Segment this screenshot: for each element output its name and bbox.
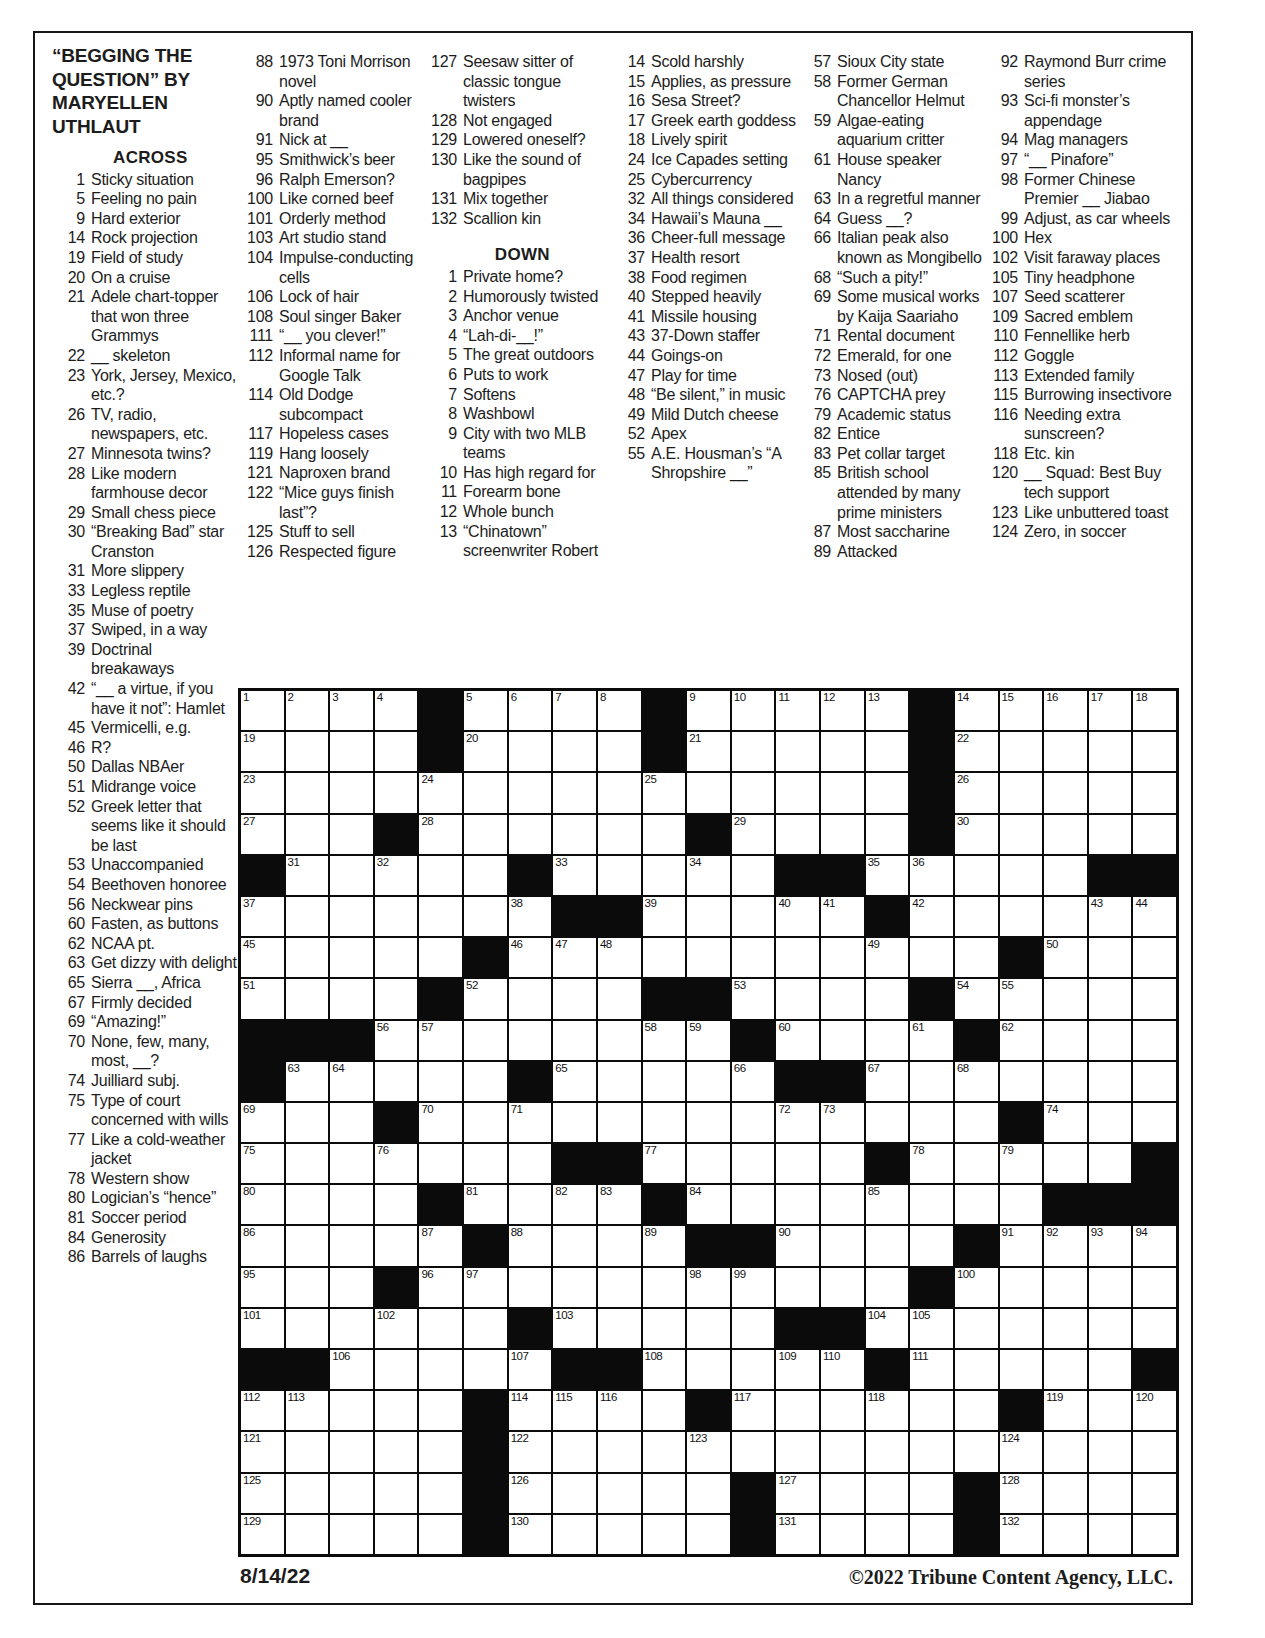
grid-cell[interactable]: 75 [241,1144,284,1183]
grid-cell[interactable] [509,1144,552,1183]
grid-cell[interactable] [955,856,998,895]
grid-cell[interactable] [1089,1268,1132,1307]
grid-cell[interactable] [1000,815,1043,854]
grid-cell[interactable]: 128 [1000,1474,1043,1513]
grid-cell[interactable] [1133,1103,1176,1142]
grid-cell[interactable]: 59 [687,1021,730,1060]
grid-cell[interactable] [1089,1432,1132,1471]
grid-cell[interactable] [866,1226,909,1265]
grid-cell[interactable] [955,1432,998,1471]
grid-cell[interactable] [866,1268,909,1307]
grid-cell[interactable] [955,897,998,936]
grid-cell[interactable] [419,1391,462,1430]
grid-cell[interactable] [1044,1474,1087,1513]
grid-cell[interactable]: 82 [553,1185,596,1224]
grid-cell[interactable] [955,1309,998,1348]
grid-cell[interactable]: 79 [1000,1144,1043,1183]
grid-cell[interactable]: 84 [687,1185,730,1224]
grid-cell[interactable]: 41 [821,897,864,936]
grid-cell[interactable] [553,1515,596,1554]
grid-cell[interactable] [375,1350,418,1389]
grid-cell[interactable] [866,1103,909,1142]
grid-cell[interactable]: 30 [955,815,998,854]
grid-cell[interactable] [286,1268,329,1307]
grid-cell[interactable] [553,732,596,771]
grid-cell[interactable] [1133,1021,1176,1060]
grid-cell[interactable] [1133,1309,1176,1348]
grid-cell[interactable]: 124 [1000,1432,1043,1471]
grid-cell[interactable] [1089,1309,1132,1348]
grid-cell[interactable]: 69 [241,1103,284,1142]
grid-cell[interactable] [732,1432,775,1471]
grid-cell[interactable]: 47 [553,938,596,977]
grid-cell[interactable]: 126 [509,1474,552,1513]
grid-cell[interactable] [1133,1515,1176,1554]
grid-cell[interactable]: 71 [509,1103,552,1142]
grid-cell[interactable] [910,1474,953,1513]
grid-cell[interactable] [464,773,507,812]
grid-cell[interactable] [1089,1515,1132,1554]
grid-cell[interactable]: 34 [687,856,730,895]
grid-cell[interactable]: 37 [241,897,284,936]
grid-cell[interactable] [553,1021,596,1060]
grid-cell[interactable] [464,1350,507,1389]
grid-cell[interactable] [821,732,864,771]
grid-cell[interactable]: 107 [509,1350,552,1389]
grid-cell[interactable] [286,773,329,812]
grid-cell[interactable]: 94 [1133,1226,1176,1265]
grid-cell[interactable]: 39 [643,897,686,936]
grid-cell[interactable] [955,1350,998,1389]
grid-cell[interactable] [776,1144,819,1183]
grid-cell[interactable]: 52 [464,979,507,1018]
grid-cell[interactable] [821,1515,864,1554]
grid-cell[interactable]: 36 [910,856,953,895]
grid-cell[interactable] [553,773,596,812]
grid-cell[interactable] [687,1309,730,1348]
grid-cell[interactable]: 87 [419,1226,462,1265]
grid-cell[interactable] [330,1432,373,1471]
grid-cell[interactable]: 58 [643,1021,686,1060]
grid-cell[interactable] [598,773,641,812]
grid-cell[interactable] [643,1515,686,1554]
grid-cell[interactable] [553,1432,596,1471]
grid-cell[interactable]: 121 [241,1432,284,1471]
grid-cell[interactable] [821,1226,864,1265]
grid-cell[interactable]: 10 [732,691,775,730]
grid-cell[interactable] [375,1474,418,1513]
grid-cell[interactable]: 106 [330,1350,373,1389]
grid-cell[interactable] [776,815,819,854]
grid-cell[interactable] [419,1062,462,1101]
grid-cell[interactable]: 13 [866,691,909,730]
grid-cell[interactable] [598,1515,641,1554]
grid-cell[interactable] [821,1268,864,1307]
grid-cell[interactable]: 20 [464,732,507,771]
grid-cell[interactable] [286,1309,329,1348]
grid-cell[interactable] [1044,856,1087,895]
grid-cell[interactable] [732,1103,775,1142]
grid-cell[interactable]: 86 [241,1226,284,1265]
grid-cell[interactable]: 104 [866,1309,909,1348]
grid-cell[interactable] [776,1185,819,1224]
grid-cell[interactable] [687,1515,730,1554]
grid-cell[interactable] [464,1062,507,1101]
grid-cell[interactable] [286,1185,329,1224]
grid-cell[interactable]: 2 [286,691,329,730]
grid-cell[interactable] [286,938,329,977]
grid-cell[interactable] [687,938,730,977]
grid-cell[interactable]: 81 [464,1185,507,1224]
grid-cell[interactable]: 46 [509,938,552,977]
grid-cell[interactable] [286,1432,329,1471]
grid-cell[interactable] [866,1432,909,1471]
grid-cell[interactable]: 77 [643,1144,686,1183]
grid-cell[interactable]: 93 [1089,1226,1132,1265]
grid-cell[interactable] [464,856,507,895]
grid-cell[interactable]: 85 [866,1185,909,1224]
grid-cell[interactable]: 44 [1133,897,1176,936]
grid-cell[interactable] [464,897,507,936]
grid-cell[interactable] [732,1350,775,1389]
grid-cell[interactable] [419,897,462,936]
grid-cell[interactable] [732,897,775,936]
grid-cell[interactable]: 102 [375,1309,418,1348]
grid-cell[interactable] [509,1021,552,1060]
grid-cell[interactable] [1000,1350,1043,1389]
grid-cell[interactable] [821,773,864,812]
grid-cell[interactable]: 35 [866,856,909,895]
grid-cell[interactable]: 33 [553,856,596,895]
grid-cell[interactable] [509,1268,552,1307]
grid-cell[interactable] [910,1226,953,1265]
grid-cell[interactable] [286,1144,329,1183]
grid-cell[interactable]: 96 [419,1268,462,1307]
grid-cell[interactable] [1000,773,1043,812]
grid-cell[interactable] [1044,1021,1087,1060]
grid-cell[interactable] [821,938,864,977]
grid-cell[interactable] [1133,815,1176,854]
grid-cell[interactable]: 95 [241,1268,284,1307]
grid-cell[interactable] [1000,856,1043,895]
grid-cell[interactable]: 53 [732,979,775,1018]
grid-cell[interactable] [687,1350,730,1389]
grid-cell[interactable] [821,1144,864,1183]
grid-cell[interactable] [955,1103,998,1142]
grid-cell[interactable] [821,1185,864,1224]
grid-cell[interactable]: 76 [375,1144,418,1183]
grid-cell[interactable] [643,1309,686,1348]
grid-cell[interactable] [910,1391,953,1430]
grid-cell[interactable] [910,1103,953,1142]
grid-cell[interactable]: 108 [643,1350,686,1389]
grid-cell[interactable] [1000,1185,1043,1224]
grid-cell[interactable] [419,1474,462,1513]
grid-cell[interactable] [1089,773,1132,812]
grid-cell[interactable] [330,1268,373,1307]
grid-cell[interactable] [375,1515,418,1554]
grid-cell[interactable] [598,1268,641,1307]
grid-cell[interactable]: 112 [241,1391,284,1430]
grid-cell[interactable] [1000,897,1043,936]
grid-cell[interactable]: 23 [241,773,284,812]
grid-cell[interactable] [598,1062,641,1101]
grid-cell[interactable] [910,1432,953,1471]
grid-cell[interactable]: 100 [955,1268,998,1307]
grid-cell[interactable]: 116 [598,1391,641,1430]
grid-cell[interactable] [821,1474,864,1513]
grid-cell[interactable] [687,897,730,936]
grid-cell[interactable]: 6 [509,691,552,730]
grid-cell[interactable] [1044,1432,1087,1471]
grid-cell[interactable] [464,1144,507,1183]
grid-cell[interactable] [598,1474,641,1513]
grid-cell[interactable]: 54 [955,979,998,1018]
grid-cell[interactable]: 18 [1133,691,1176,730]
grid-cell[interactable] [643,938,686,977]
grid-cell[interactable] [1000,1268,1043,1307]
grid-cell[interactable] [419,1144,462,1183]
grid-cell[interactable] [1000,732,1043,771]
grid-cell[interactable] [419,1350,462,1389]
grid-cell[interactable] [1089,1350,1132,1389]
grid-cell[interactable] [330,979,373,1018]
grid-cell[interactable] [1044,773,1087,812]
grid-cell[interactable] [464,1103,507,1142]
grid-cell[interactable]: 26 [955,773,998,812]
grid-cell[interactable] [1044,1309,1087,1348]
grid-cell[interactable] [464,1021,507,1060]
grid-cell[interactable] [464,815,507,854]
grid-cell[interactable] [955,1144,998,1183]
grid-cell[interactable]: 119 [1044,1391,1087,1430]
grid-cell[interactable]: 12 [821,691,864,730]
grid-cell[interactable]: 115 [553,1391,596,1430]
grid-cell[interactable] [375,732,418,771]
grid-cell[interactable]: 110 [821,1350,864,1389]
grid-cell[interactable]: 65 [553,1062,596,1101]
grid-cell[interactable] [553,1268,596,1307]
grid-cell[interactable] [776,1432,819,1471]
grid-cell[interactable] [286,1515,329,1554]
grid-cell[interactable] [330,773,373,812]
grid-cell[interactable]: 50 [1044,938,1087,977]
grid-cell[interactable] [330,1309,373,1348]
grid-cell[interactable] [509,1185,552,1224]
grid-cell[interactable]: 31 [286,856,329,895]
grid-cell[interactable]: 91 [1000,1226,1043,1265]
grid-cell[interactable] [419,1309,462,1348]
grid-cell[interactable]: 105 [910,1309,953,1348]
grid-cell[interactable] [286,979,329,1018]
grid-cell[interactable] [330,1226,373,1265]
grid-cell[interactable] [1044,815,1087,854]
grid-cell[interactable] [732,732,775,771]
grid-cell[interactable]: 64 [330,1062,373,1101]
grid-cell[interactable] [419,1515,462,1554]
grid-cell[interactable] [330,1103,373,1142]
grid-cell[interactable] [910,1185,953,1224]
grid-cell[interactable] [598,732,641,771]
grid-cell[interactable] [375,897,418,936]
grid-cell[interactable] [509,979,552,1018]
grid-cell[interactable]: 5 [464,691,507,730]
grid-cell[interactable] [821,1391,864,1430]
grid-cell[interactable] [643,1062,686,1101]
grid-cell[interactable] [821,1432,864,1471]
grid-cell[interactable] [910,938,953,977]
grid-cell[interactable] [509,815,552,854]
grid-cell[interactable]: 49 [866,938,909,977]
grid-cell[interactable] [866,1474,909,1513]
grid-cell[interactable] [776,1268,819,1307]
grid-cell[interactable] [330,1474,373,1513]
grid-cell[interactable] [687,1144,730,1183]
grid-cell[interactable]: 66 [732,1062,775,1101]
grid-cell[interactable] [643,1474,686,1513]
grid-cell[interactable] [821,979,864,1018]
grid-cell[interactable] [643,856,686,895]
grid-cell[interactable]: 131 [776,1515,819,1554]
grid-cell[interactable]: 7 [553,691,596,730]
grid-cell[interactable]: 14 [955,691,998,730]
grid-cell[interactable]: 88 [509,1226,552,1265]
grid-cell[interactable] [1133,979,1176,1018]
grid-cell[interactable]: 32 [375,856,418,895]
grid-cell[interactable] [955,1391,998,1430]
grid-cell[interactable] [330,732,373,771]
grid-cell[interactable] [643,1268,686,1307]
grid-cell[interactable] [955,938,998,977]
grid-cell[interactable] [643,1432,686,1471]
grid-cell[interactable]: 16 [1044,691,1087,730]
grid-cell[interactable]: 73 [821,1103,864,1142]
grid-cell[interactable]: 122 [509,1432,552,1471]
grid-cell[interactable] [1089,1474,1132,1513]
grid-cell[interactable]: 113 [286,1391,329,1430]
grid-cell[interactable] [643,815,686,854]
grid-cell[interactable]: 80 [241,1185,284,1224]
grid-cell[interactable] [509,732,552,771]
grid-cell[interactable]: 25 [643,773,686,812]
grid-cell[interactable] [1000,1062,1043,1101]
grid-cell[interactable]: 129 [241,1515,284,1554]
grid-cell[interactable]: 28 [419,815,462,854]
grid-cell[interactable] [776,938,819,977]
grid-cell[interactable]: 62 [1000,1021,1043,1060]
grid-cell[interactable] [1044,1268,1087,1307]
grid-cell[interactable]: 99 [732,1268,775,1307]
grid-cell[interactable]: 117 [732,1391,775,1430]
grid-cell[interactable] [1044,897,1087,936]
crossword-grid[interactable]: 1234567891011121314151617181920212223242… [238,688,1179,1557]
grid-cell[interactable] [375,938,418,977]
grid-cell[interactable]: 57 [419,1021,462,1060]
grid-cell[interactable]: 114 [509,1391,552,1430]
grid-cell[interactable] [598,1021,641,1060]
grid-cell[interactable] [1089,1021,1132,1060]
grid-cell[interactable] [1133,1268,1176,1307]
grid-cell[interactable] [330,1391,373,1430]
grid-cell[interactable] [509,773,552,812]
grid-cell[interactable] [598,1309,641,1348]
grid-cell[interactable] [1000,1309,1043,1348]
grid-cell[interactable]: 103 [553,1309,596,1348]
grid-cell[interactable] [1089,1391,1132,1430]
grid-cell[interactable]: 123 [687,1432,730,1471]
grid-cell[interactable]: 70 [419,1103,462,1142]
grid-cell[interactable] [866,815,909,854]
grid-cell[interactable] [375,1432,418,1471]
grid-cell[interactable]: 98 [687,1268,730,1307]
grid-cell[interactable] [732,856,775,895]
grid-cell[interactable] [330,1515,373,1554]
grid-cell[interactable] [1044,979,1087,1018]
grid-cell[interactable] [1044,1062,1087,1101]
grid-cell[interactable] [330,856,373,895]
grid-cell[interactable] [866,1515,909,1554]
grid-cell[interactable]: 111 [910,1350,953,1389]
grid-cell[interactable] [776,1391,819,1430]
grid-cell[interactable] [955,1185,998,1224]
grid-cell[interactable] [375,979,418,1018]
grid-cell[interactable] [1044,1144,1087,1183]
grid-cell[interactable] [419,938,462,977]
grid-cell[interactable] [643,1391,686,1430]
grid-cell[interactable] [419,1432,462,1471]
grid-cell[interactable] [1089,1144,1132,1183]
grid-cell[interactable]: 4 [375,691,418,730]
grid-cell[interactable]: 120 [1133,1391,1176,1430]
grid-cell[interactable]: 55 [1000,979,1043,1018]
grid-cell[interactable]: 61 [910,1021,953,1060]
grid-cell[interactable] [330,1144,373,1183]
grid-cell[interactable] [375,1062,418,1101]
grid-cell[interactable] [1089,1103,1132,1142]
grid-cell[interactable]: 60 [776,1021,819,1060]
grid-cell[interactable]: 45 [241,938,284,977]
grid-cell[interactable] [866,1021,909,1060]
grid-cell[interactable]: 29 [732,815,775,854]
grid-cell[interactable] [330,938,373,977]
grid-cell[interactable] [1044,732,1087,771]
grid-cell[interactable]: 97 [464,1268,507,1307]
grid-cell[interactable] [866,979,909,1018]
grid-cell[interactable]: 17 [1089,691,1132,730]
grid-cell[interactable]: 56 [375,1021,418,1060]
grid-cell[interactable] [419,856,462,895]
grid-cell[interactable] [375,1185,418,1224]
grid-cell[interactable] [1089,732,1132,771]
grid-cell[interactable]: 42 [910,897,953,936]
grid-cell[interactable] [598,856,641,895]
grid-cell[interactable] [1133,1062,1176,1101]
grid-cell[interactable]: 9 [687,691,730,730]
grid-cell[interactable] [732,938,775,977]
grid-cell[interactable]: 67 [866,1062,909,1101]
grid-cell[interactable]: 21 [687,732,730,771]
grid-cell[interactable] [375,773,418,812]
grid-cell[interactable] [553,815,596,854]
grid-cell[interactable]: 8 [598,691,641,730]
grid-cell[interactable] [821,815,864,854]
grid-cell[interactable]: 89 [643,1226,686,1265]
grid-cell[interactable]: 1 [241,691,284,730]
grid-cell[interactable] [687,773,730,812]
grid-cell[interactable] [330,897,373,936]
grid-cell[interactable] [286,1474,329,1513]
grid-cell[interactable] [643,1103,686,1142]
